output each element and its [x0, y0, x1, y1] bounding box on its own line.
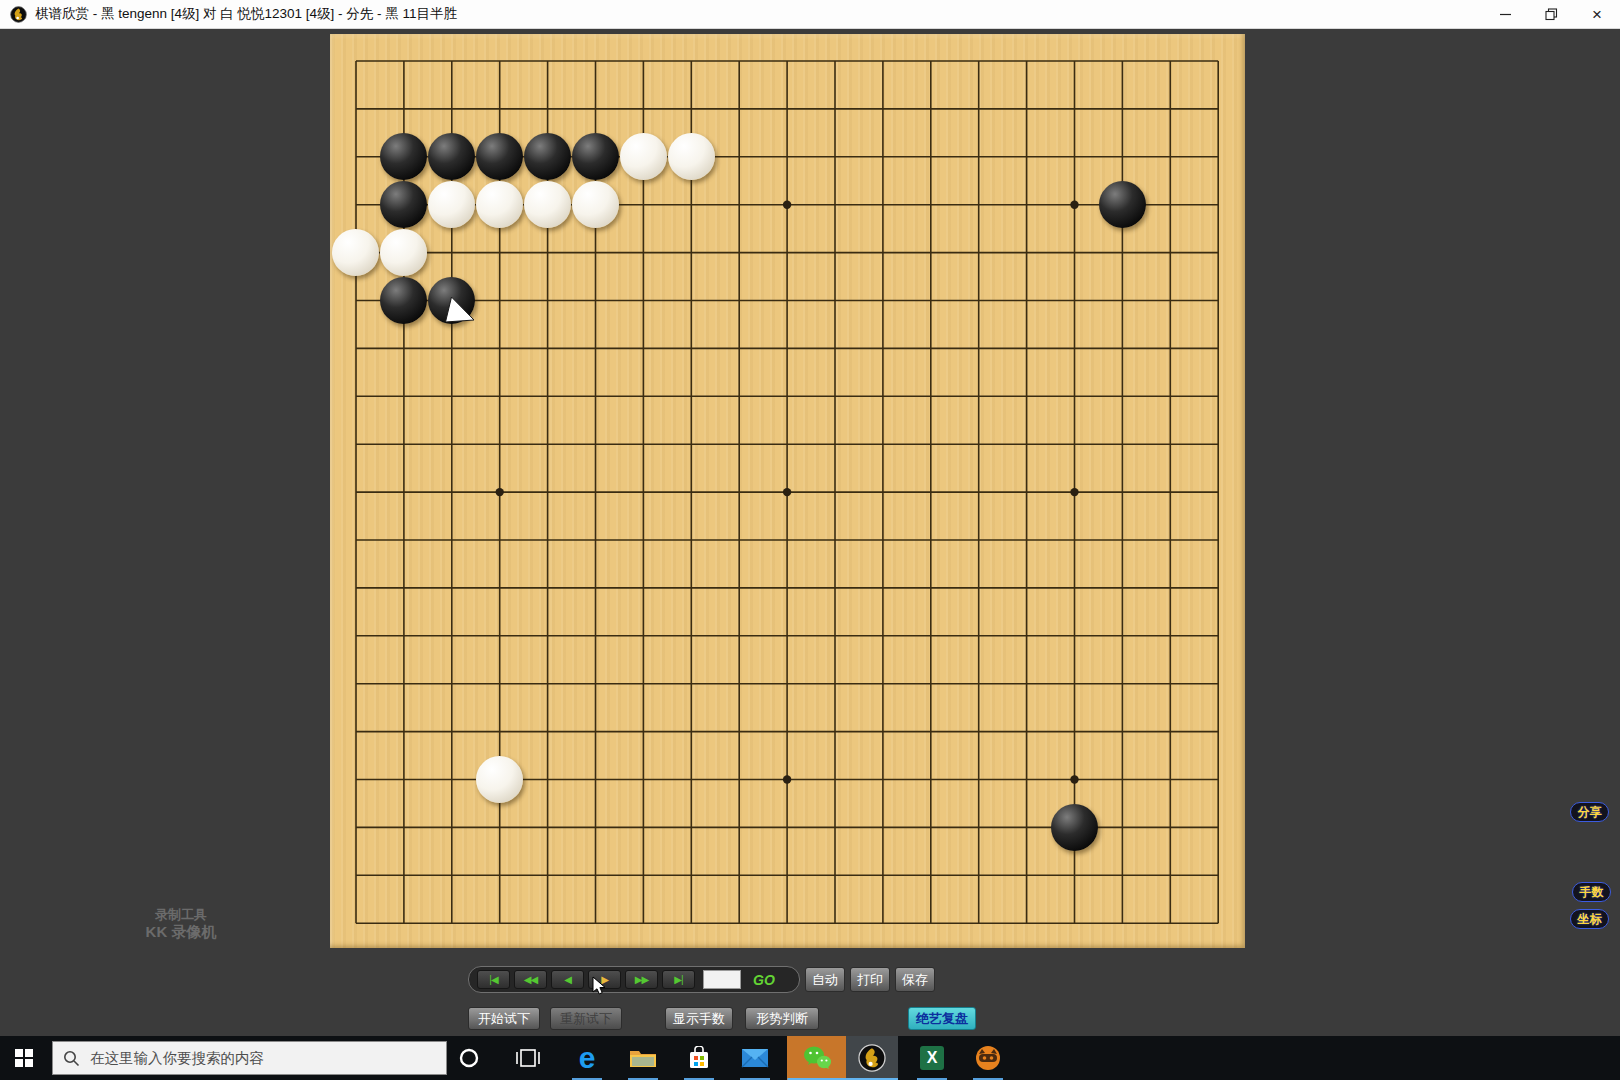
coords-button[interactable]: 坐标 — [1570, 909, 1609, 929]
show-move-numbers-button[interactable]: 显示手数 — [665, 1007, 733, 1030]
go-board[interactable] — [330, 34, 1245, 948]
app-flame-icon — [10, 6, 27, 23]
task-view-icon — [516, 1048, 540, 1068]
black-stone[interactable] — [1099, 181, 1146, 228]
white-stone[interactable] — [332, 229, 379, 276]
recorder-watermark: 录制工具 KK 录像机 — [138, 906, 224, 940]
black-stone[interactable] — [380, 133, 427, 180]
store-icon — [687, 1046, 711, 1070]
playback-bar: |◀ ◀◀ ◀ ▶ ▶▶ ▶| GO — [468, 966, 800, 993]
windows-logo-icon — [15, 1049, 33, 1067]
folder-icon — [629, 1047, 657, 1069]
last-move-marker — [428, 277, 475, 324]
screen: 棋谱欣赏 - 黑 tengenn [4级] 对 白 悦悦12301 [4级] -… — [0, 0, 1620, 1080]
close-button[interactable]: × — [1574, 0, 1620, 29]
start-trial-button[interactable]: 开始试下 — [468, 1007, 540, 1030]
last-move-button[interactable]: ▶| — [662, 970, 695, 989]
taskbar-go-app[interactable] — [846, 1036, 898, 1080]
file-buttons: 自动 打印 保存 — [805, 967, 935, 992]
ai-review-button[interactable]: 绝艺复盘 — [908, 1007, 976, 1030]
white-stone[interactable] — [620, 133, 667, 180]
black-stone[interactable] — [524, 133, 571, 180]
watermark-line1: 录制工具 — [138, 906, 224, 923]
white-stone[interactable] — [476, 756, 523, 803]
black-stone[interactable] — [476, 133, 523, 180]
fast-forward-button[interactable]: ▶▶ — [625, 970, 658, 989]
white-stone[interactable] — [380, 229, 427, 276]
taskbar-search[interactable] — [52, 1041, 447, 1075]
excel-icon: X — [920, 1046, 944, 1070]
move-number-input[interactable] — [703, 970, 741, 989]
mouse-cursor — [592, 976, 607, 996]
move-count-button[interactable]: 手数 — [1572, 882, 1611, 902]
retry-trial-button[interactable]: 重新试下 — [550, 1007, 622, 1030]
edge-icon: e — [579, 1043, 596, 1073]
watermark-line2: KK 录像机 — [138, 923, 224, 940]
taskbar-store[interactable] — [675, 1036, 723, 1080]
cortana-icon — [458, 1047, 480, 1069]
print-button[interactable]: 打印 — [850, 967, 890, 992]
white-stone[interactable] — [668, 133, 715, 180]
black-stone[interactable] — [380, 181, 427, 228]
first-move-button[interactable]: |◀ — [477, 970, 510, 989]
black-stone[interactable] — [572, 133, 619, 180]
taskbar: e — [0, 1036, 1620, 1080]
black-stone[interactable] — [428, 133, 475, 180]
back-button[interactable]: ◀ — [551, 970, 584, 989]
window-controls: × — [1482, 0, 1620, 29]
white-stone[interactable] — [476, 181, 523, 228]
share-button[interactable]: 分享 — [1570, 802, 1609, 822]
taskbar-excel[interactable]: X — [908, 1036, 956, 1080]
search-input[interactable] — [90, 1050, 420, 1066]
auto-button[interactable]: 自动 — [805, 967, 845, 992]
black-stone[interactable] — [1051, 804, 1098, 851]
white-stone[interactable] — [428, 181, 475, 228]
orange-app-icon — [975, 1045, 1001, 1071]
black-stone[interactable] — [380, 277, 427, 324]
taskbar-edge[interactable]: e — [563, 1036, 611, 1080]
cortana-button[interactable] — [447, 1036, 491, 1080]
restore-button[interactable] — [1528, 0, 1574, 29]
start-button[interactable] — [0, 1036, 48, 1080]
stones-layer[interactable] — [332, 37, 1242, 947]
go-button[interactable]: GO — [753, 972, 775, 988]
white-stone[interactable] — [524, 181, 571, 228]
position-judge-button[interactable]: 形势判断 — [745, 1007, 819, 1030]
mail-icon — [741, 1047, 769, 1069]
taskbar-mail[interactable] — [731, 1036, 779, 1080]
taskbar-explorer[interactable] — [619, 1036, 667, 1080]
save-button[interactable]: 保存 — [895, 967, 935, 992]
minimize-button[interactable] — [1482, 0, 1528, 29]
go-app-flame-icon — [858, 1044, 886, 1072]
window-title: 棋谱欣赏 - 黑 tengenn [4级] 对 白 悦悦12301 [4级] -… — [35, 5, 457, 23]
title-bar: 棋谱欣赏 - 黑 tengenn [4级] 对 白 悦悦12301 [4级] -… — [0, 0, 1620, 29]
taskbar-orange-app[interactable] — [964, 1036, 1012, 1080]
fast-back-button[interactable]: ◀◀ — [514, 970, 547, 989]
task-view-button[interactable] — [505, 1036, 551, 1080]
taskbar-wechat[interactable] — [787, 1036, 846, 1080]
black-stone[interactable] — [428, 277, 475, 324]
search-icon — [63, 1050, 80, 1067]
white-stone[interactable] — [572, 181, 619, 228]
wechat-icon — [802, 1045, 832, 1071]
